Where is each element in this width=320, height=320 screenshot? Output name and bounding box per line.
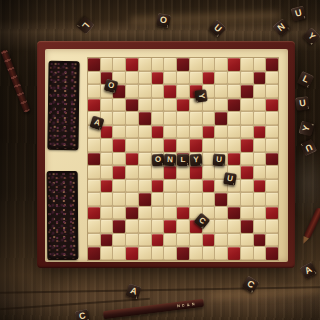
tile-point-value: 4	[311, 123, 314, 125]
board-cell-I7	[190, 139, 202, 152]
tile-point-value: 4	[195, 101, 198, 103]
board-cell-B4	[101, 99, 113, 112]
tile-point-value: 1	[113, 90, 115, 93]
board-face: O1Y4A1O1N1L1Y4U1U1C3	[45, 49, 288, 262]
board-cell-B15	[101, 247, 113, 260]
board-cell-N7	[254, 139, 266, 152]
board-cell-B8	[101, 153, 113, 166]
tile-letter: O	[154, 156, 161, 164]
board-cell-F15	[152, 247, 164, 260]
tile-point-value: 1	[187, 163, 189, 166]
board-cell-K7	[215, 139, 227, 152]
board-cell-B12	[101, 207, 113, 220]
tile-letter: C	[78, 311, 86, 320]
board-cell-D2	[126, 72, 138, 85]
board-cell-L3	[228, 85, 240, 98]
tile-point-value: 1	[287, 26, 290, 29]
tile-point-value: 1	[166, 24, 168, 27]
board-cell-G13	[164, 220, 176, 233]
board-cell-G15	[164, 247, 176, 260]
board-cell-F9	[152, 166, 164, 179]
board-cell-K11	[215, 193, 227, 206]
board-cell-H5	[177, 112, 189, 125]
board-cell-E15	[139, 247, 151, 260]
board-cell-J7	[203, 139, 215, 152]
board-cell-F5	[152, 112, 164, 125]
board-cell-E7	[139, 139, 151, 152]
board-cell-L7	[228, 139, 240, 152]
board-cell-M2	[241, 72, 253, 85]
board-cell-F2	[152, 72, 164, 85]
board-cell-G9	[164, 166, 176, 179]
board-cell-C8	[113, 153, 125, 166]
board-cell-A4	[88, 99, 100, 112]
tile-letter: N	[167, 156, 173, 164]
board-cell-H4	[177, 99, 189, 112]
board-cell-J5	[203, 112, 215, 125]
board-cell-G7	[164, 139, 176, 152]
loose-tile-Y: Y4	[298, 120, 314, 136]
board-cell-K5	[215, 112, 227, 125]
board-cell-I9	[190, 166, 202, 179]
board-cell-F1	[152, 58, 164, 71]
board-cell-O1	[266, 58, 278, 71]
tile-point-value: 4	[200, 163, 202, 166]
board-cell-I11	[190, 193, 202, 206]
tile-point-value: 4	[309, 42, 312, 45]
board-cell-H11	[177, 193, 189, 206]
board-cell-F14	[152, 234, 164, 247]
board-cell-A10	[88, 180, 100, 193]
board-cell-D9	[126, 166, 138, 179]
board-cell-M6	[241, 126, 253, 139]
board-cell-M10	[241, 180, 253, 193]
board-cell-N10	[254, 180, 266, 193]
tile-letter: O	[159, 15, 167, 25]
board-cell-C1	[113, 58, 125, 71]
board-cell-B14	[101, 234, 113, 247]
board-cell-G14	[164, 234, 176, 247]
tile-letter: A	[129, 286, 138, 297]
board-cell-A15	[88, 247, 100, 260]
board-cell-I10	[190, 180, 202, 193]
tile-point-value: 1	[135, 296, 138, 299]
board-cell-F4	[152, 99, 164, 112]
board-cell-E5	[139, 112, 151, 125]
board-cell-O5	[266, 112, 278, 125]
board-cell-D6	[126, 126, 138, 139]
board-cell-N1	[254, 58, 266, 71]
board-cell-L14	[228, 234, 240, 247]
tile-point-value: 3	[250, 289, 253, 292]
board-cell-E1	[139, 58, 151, 71]
board-cell-N2	[254, 72, 266, 85]
board-cell-F6	[152, 126, 164, 139]
tile-point-value: 1	[313, 270, 316, 273]
board-cell-G5	[164, 112, 176, 125]
board-cell-J10	[203, 180, 215, 193]
board-cell-D12	[126, 207, 138, 220]
board-cell-C5	[113, 112, 125, 125]
board-cell-A13	[88, 220, 100, 233]
board-cell-K12	[215, 207, 227, 220]
tile-point-value: 1	[300, 143, 303, 146]
board-cell-G3	[164, 85, 176, 98]
board-cell-A14	[88, 234, 100, 247]
board-tile-L: L1	[177, 154, 189, 166]
board-cell-O14	[266, 234, 278, 247]
board-cell-M5	[241, 112, 253, 125]
tile-letter: C	[197, 216, 207, 226]
board-cell-N15	[254, 247, 266, 260]
board-cell-A12	[88, 207, 100, 220]
board-cell-N4	[254, 99, 266, 112]
board-tile-O: O1	[103, 78, 118, 93]
board-cell-M13	[241, 220, 253, 233]
board-cell-O11	[266, 193, 278, 206]
tile-letter: U	[294, 8, 303, 18]
board-cell-M1	[241, 58, 253, 71]
board-cell-D15	[126, 247, 138, 260]
board-cell-C13	[113, 220, 125, 233]
tile-letter: N	[276, 21, 287, 32]
board-cell-F10	[152, 180, 164, 193]
board-cell-D1	[126, 58, 138, 71]
board-cell-J11	[203, 193, 215, 206]
board-cell-H14	[177, 234, 189, 247]
board-cell-N12	[254, 207, 266, 220]
board-cell-E9	[139, 166, 151, 179]
board-cell-O7	[266, 139, 278, 152]
board-cell-D5	[126, 112, 138, 125]
board-cell-D7	[126, 139, 138, 152]
board-cell-E4	[139, 99, 151, 112]
tile-letter: Y	[301, 124, 311, 132]
board-cell-I1	[190, 58, 202, 71]
board-tile-U: U1	[223, 172, 237, 186]
board-cell-H10	[177, 180, 189, 193]
board-cell-A1	[88, 58, 100, 71]
board-cell-N8	[254, 153, 266, 166]
board-cell-J2	[203, 72, 215, 85]
board-cell-C15	[113, 247, 125, 260]
board-cell-N9	[254, 166, 266, 179]
board-cell-D11	[126, 193, 138, 206]
board-cell-O3	[266, 85, 278, 98]
board-cell-F13	[152, 220, 164, 233]
board-cell-L5	[228, 112, 240, 125]
board-cell-I14	[190, 234, 202, 247]
board-cell-L15	[228, 247, 240, 260]
board-cell-L12	[228, 207, 240, 220]
tile-letter: U	[303, 142, 313, 153]
board-cell-H1	[177, 58, 189, 71]
board-cell-B13	[101, 220, 113, 233]
board-cell-J9	[203, 166, 215, 179]
board-cell-A9	[88, 166, 100, 179]
board-cell-K6	[215, 126, 227, 139]
board-cell-G1	[164, 58, 176, 71]
tile-letter: C	[245, 278, 255, 289]
board-cell-O10	[266, 180, 278, 193]
board-cell-C6	[113, 126, 125, 139]
tile-letter: U	[216, 156, 222, 164]
board-cell-B7	[101, 139, 113, 152]
board-cell-G12	[164, 207, 176, 220]
board-tile-O: O1	[151, 154, 163, 166]
board-cell-H13	[177, 220, 189, 233]
board-cell-M11	[241, 193, 253, 206]
tile-letter: L	[301, 74, 310, 84]
board-cell-O9	[266, 166, 278, 179]
tile-point-value: 1	[76, 24, 79, 27]
board-cell-E14	[139, 234, 151, 247]
board-cell-F11	[152, 193, 164, 206]
board-cell-H7	[177, 139, 189, 152]
loose-tile-C: C3	[74, 308, 89, 320]
board-cell-H15	[177, 247, 189, 260]
board-cell-C4	[113, 99, 125, 112]
board-cell-L4	[228, 99, 240, 112]
board-cell-B1	[101, 58, 113, 71]
tile-point-value: 1	[233, 182, 235, 185]
board-cell-I15	[190, 247, 202, 260]
board-cell-C11	[113, 193, 125, 206]
board-cell-N14	[254, 234, 266, 247]
board-cell-I2	[190, 72, 202, 85]
board-cell-L1	[228, 58, 240, 71]
board-cell-K15	[215, 247, 227, 260]
board-cell-O2	[266, 72, 278, 85]
board-cell-O4	[266, 99, 278, 112]
board-cell-C12	[113, 207, 125, 220]
board-cell-H9	[177, 166, 189, 179]
tile-point-value: 1	[306, 84, 309, 87]
board-cell-E11	[139, 193, 151, 206]
board-cell-J15	[203, 247, 215, 260]
board-cell-G10	[164, 180, 176, 193]
loose-tile-U: U1	[295, 96, 310, 111]
board-cell-E13	[139, 220, 151, 233]
board-cell-O12	[266, 207, 278, 220]
board-cell-F3	[152, 85, 164, 98]
board-cell-I5	[190, 112, 202, 125]
tile-letter: Y	[306, 31, 317, 42]
board-cell-H2	[177, 72, 189, 85]
board-cell-D14	[126, 234, 138, 247]
board-cell-I6	[190, 126, 202, 139]
board-tile-Y: Y4	[194, 90, 208, 104]
board-cell-G4	[164, 99, 176, 112]
tile-point-value: 1	[216, 33, 219, 36]
board-cell-N6	[254, 126, 266, 139]
board-cell-E6	[139, 126, 151, 139]
board-cell-M3	[241, 85, 253, 98]
board-cell-B6	[101, 126, 113, 139]
board-cell-G11	[164, 193, 176, 206]
tile-point-value: 1	[303, 15, 305, 18]
board-cell-M7	[241, 139, 253, 152]
board-cell-L2	[228, 72, 240, 85]
board-cell-E8	[139, 153, 151, 166]
board-cell-A2	[88, 72, 100, 85]
loose-tile-U: U1	[290, 5, 306, 21]
board-cell-C7	[113, 139, 125, 152]
tile-letter: L	[181, 156, 186, 164]
board-cell-M4	[241, 99, 253, 112]
board-cell-E2	[139, 72, 151, 85]
board-cell-J14	[203, 234, 215, 247]
board-cell-D4	[126, 99, 138, 112]
board-cell-H6	[177, 126, 189, 139]
board-cell-M15	[241, 247, 253, 260]
board-cell-N5	[254, 112, 266, 125]
tile-letter: A	[303, 265, 313, 276]
board-cell-L11	[228, 193, 240, 206]
board-cell-D10	[126, 180, 138, 193]
board-cell-A3	[88, 85, 100, 98]
board-cell-E3	[139, 85, 151, 98]
board-cell-K4	[215, 99, 227, 112]
board-cell-M14	[241, 234, 253, 247]
board-cell-C10	[113, 180, 125, 193]
board-cell-K3	[215, 85, 227, 98]
board-cell-A8	[88, 153, 100, 166]
board-cell-L8	[228, 153, 240, 166]
board-cell-J6	[203, 126, 215, 139]
board-cell-N3	[254, 85, 266, 98]
tile-bin-bottom	[47, 171, 79, 260]
board-cell-B9	[101, 166, 113, 179]
tile-bin-top	[47, 61, 79, 150]
board-cell-M9	[241, 166, 253, 179]
tile-letter: U	[212, 22, 223, 33]
board-cell-O8	[266, 153, 278, 166]
board-cell-H3	[177, 85, 189, 98]
board-cell-G6	[164, 126, 176, 139]
board-tile-N: N1	[164, 154, 176, 166]
board-cell-L13	[228, 220, 240, 233]
tile-letter: U	[298, 98, 306, 108]
tile-letter: L	[80, 20, 90, 30]
board-cell-F12	[152, 207, 164, 220]
board-cell-M8	[241, 153, 253, 166]
tile-letter: Y	[196, 93, 205, 99]
board-cell-E12	[139, 207, 151, 220]
board-cell-O6	[266, 126, 278, 139]
board-cell-D8	[126, 153, 138, 166]
board-cell-C14	[113, 234, 125, 247]
board-cell-L6	[228, 126, 240, 139]
board-cell-G2	[164, 72, 176, 85]
board-cell-J1	[203, 58, 215, 71]
board-tile-Y: Y4	[189, 154, 202, 167]
board-cell-K14	[215, 234, 227, 247]
board-grid: O1Y4A1O1N1L1Y4U1U1C3	[87, 57, 279, 261]
board-cell-C9	[113, 166, 125, 179]
board-cell-H12	[177, 207, 189, 220]
board-cell-N11	[254, 193, 266, 206]
board-cell-B10	[101, 180, 113, 193]
board-cell-M12	[241, 207, 253, 220]
board-cell-B11	[101, 193, 113, 206]
bottom-pencil-text: N C & N	[176, 302, 195, 308]
tile-letter: Y	[193, 156, 199, 164]
board-cell-O13	[266, 220, 278, 233]
loose-tile-O: O1	[155, 12, 170, 27]
board-cell-K2	[215, 72, 227, 85]
board-cell-K13	[215, 220, 227, 233]
tile-point-value: 1	[307, 106, 309, 109]
board-cell-N13	[254, 220, 266, 233]
scene: O1Y4A1O1N1L1Y4U1U1C3 L1O1U1N1U1Y4L1U1Y4U…	[0, 0, 320, 320]
board-cell-A7	[88, 139, 100, 152]
board-cell-K1	[215, 58, 227, 71]
scrabble-board: O1Y4A1O1N1L1Y4U1U1C3	[37, 41, 295, 268]
board-cell-D13	[126, 220, 138, 233]
board-cell-D3	[126, 85, 138, 98]
board-cell-O15	[266, 247, 278, 260]
board-cell-A11	[88, 193, 100, 206]
board-tile-U: U1	[213, 154, 226, 167]
board-cell-E10	[139, 180, 151, 193]
board-cell-F7	[152, 139, 164, 152]
